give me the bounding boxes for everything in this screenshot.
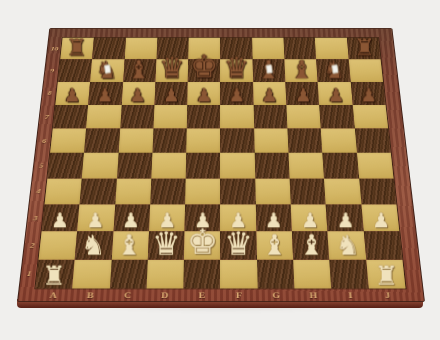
piece-black-cardinal[interactable]: ♝ [258,57,281,82]
piece-black-bishop[interactable]: ♝ [290,57,313,82]
square-f7[interactable] [220,105,254,129]
file-label-i: I [331,288,369,301]
square-d2[interactable]: ♛ [148,232,185,260]
file-label-g: G [257,288,295,301]
square-a6[interactable] [50,129,86,154]
square-i1[interactable] [330,260,369,289]
piece-white-bishop[interactable]: ♝ [299,231,324,259]
square-i7[interactable] [319,105,354,129]
piece-white-rook[interactable]: ♜ [42,262,66,289]
square-h2[interactable]: ♝ [292,232,330,260]
square-g8[interactable]: ♟ [253,82,287,105]
square-e9[interactable]: ♚ [188,59,221,81]
square-i9[interactable]: ♞ [317,59,351,81]
square-h3[interactable]: ♟ [291,205,328,232]
square-a3[interactable]: ♟ [42,205,80,232]
piece-white-queen[interactable]: ♛ [151,227,180,259]
file-label-b: B [71,288,109,301]
square-g4[interactable] [255,178,291,204]
chess-board-frame: 10987654321 ABCDEFGHIJ ♜♜♞♝♛♚♛♝♝♞♟♟♟♟♟♟♟… [17,28,425,302]
square-e4[interactable] [185,178,220,204]
square-g1[interactable] [257,260,295,289]
piece-black-pawn[interactable]: ♟ [361,86,378,105]
piece-black-pawn[interactable]: ♟ [229,86,246,105]
square-j8[interactable]: ♟ [350,82,385,105]
scene: 10987654321 ABCDEFGHIJ ♜♜♞♝♛♚♛♝♝♞♟♟♟♟♟♟♟… [0,0,440,340]
square-d7[interactable] [153,105,187,129]
piece-black-pawn[interactable]: ♟ [130,86,147,105]
square-b3[interactable]: ♟ [77,205,115,232]
square-a10[interactable]: ♜ [60,38,94,60]
piece-white-knight[interactable]: ♞ [81,232,105,259]
square-e5[interactable] [186,153,221,178]
piece-black-knight[interactable]: ♞ [96,57,118,81]
square-e6[interactable] [186,129,220,154]
square-e1[interactable] [183,260,220,289]
square-d9[interactable]: ♛ [155,59,188,81]
square-a9[interactable] [58,59,92,81]
square-g5[interactable] [255,153,290,178]
square-b5[interactable] [82,153,118,178]
square-b7[interactable] [86,105,121,129]
square-j7[interactable] [353,105,389,129]
square-j4[interactable] [359,178,396,204]
square-h6[interactable] [288,129,323,154]
piece-white-cardinal[interactable]: ♝ [262,231,287,259]
piece-black-rook[interactable]: ♜ [66,36,87,59]
chess-board: ♜♜♞♝♛♚♛♝♝♞♟♟♟♟♟♟♟♟♟♟♟♟♟♟♟♟♟♟♟♟♞♝♛♚♛♝♝♞♜♜ [35,38,405,289]
square-f8[interactable]: ♟ [220,82,253,105]
square-b9[interactable]: ♞ [90,59,124,81]
file-label-j: J [368,288,406,301]
piece-black-pawn[interactable]: ♟ [262,86,279,105]
square-c5[interactable] [117,153,153,178]
square-g6[interactable] [254,129,289,154]
square-h9[interactable]: ♝ [284,59,317,81]
square-f2[interactable]: ♛ [220,232,256,260]
square-i6[interactable] [321,129,357,154]
piece-white-pawn[interactable]: ♟ [372,212,390,232]
square-j9[interactable] [349,59,383,81]
square-f1[interactable] [220,260,257,289]
square-c9[interactable]: ♝ [123,59,156,81]
square-d8[interactable]: ♟ [154,82,188,105]
square-h1[interactable] [293,260,331,289]
square-i3[interactable]: ♟ [326,205,364,232]
square-b8[interactable]: ♟ [88,82,123,105]
piece-white-pawn[interactable]: ♟ [50,212,68,232]
square-d1[interactable] [146,260,184,289]
square-c7[interactable] [120,105,155,129]
square-d5[interactable] [151,153,186,178]
file-label-c: C [109,288,147,301]
piece-black-knight[interactable]: ♞ [323,57,345,81]
file-label-a: A [34,288,72,301]
piece-black-pawn[interactable]: ♟ [196,86,213,105]
piece-white-bishop[interactable]: ♝ [117,231,142,259]
square-j6[interactable] [355,129,391,154]
square-c3[interactable]: ♟ [113,205,150,232]
square-b6[interactable] [84,129,120,154]
square-c4[interactable] [115,178,151,204]
piece-black-bishop[interactable]: ♝ [128,57,151,82]
file-label-e: E [183,288,220,301]
square-c1[interactable] [109,260,147,289]
piece-black-marshal[interactable]: ♛ [224,53,250,82]
piece-black-pawn[interactable]: ♟ [163,86,180,105]
price-sticker [103,64,110,73]
square-a1[interactable]: ♜ [35,260,75,289]
piece-white-king[interactable]: ♚ [187,224,218,259]
price-sticker [266,64,273,73]
square-c8[interactable]: ♟ [121,82,155,105]
piece-white-rook[interactable]: ♜ [375,262,399,289]
square-a5[interactable] [47,153,84,178]
piece-black-king[interactable]: ♚ [190,50,218,81]
square-j10[interactable]: ♜ [347,38,381,60]
piece-black-rook[interactable]: ♜ [354,36,375,59]
square-a4[interactable] [45,178,82,204]
square-j2[interactable] [364,232,403,260]
file-label-h: H [294,288,332,301]
price-sticker [331,64,338,73]
square-h4[interactable] [290,178,326,204]
piece-black-queen[interactable]: ♛ [159,53,185,82]
square-g3[interactable]: ♟ [256,205,292,232]
square-f6[interactable] [220,129,254,154]
square-b2[interactable]: ♞ [75,232,113,260]
square-a2[interactable] [39,232,78,260]
square-j3[interactable]: ♟ [361,205,399,232]
piece-black-pawn[interactable]: ♟ [295,86,312,105]
square-f9[interactable]: ♛ [220,59,253,81]
square-e2[interactable]: ♚ [184,232,220,260]
square-g9[interactable]: ♝ [252,59,285,81]
square-h5[interactable] [289,153,325,178]
square-h7[interactable] [286,105,321,129]
piece-white-knight[interactable]: ♞ [336,232,360,259]
piece-black-pawn[interactable]: ♟ [97,86,114,105]
square-c2[interactable]: ♝ [111,232,149,260]
square-e7[interactable] [187,105,221,129]
square-a7[interactable] [53,105,89,129]
square-g2[interactable]: ♝ [256,232,293,260]
square-d6[interactable] [152,129,187,154]
square-i8[interactable]: ♟ [318,82,353,105]
square-d4[interactable] [150,178,186,204]
square-h8[interactable]: ♟ [285,82,319,105]
square-a8[interactable]: ♟ [55,82,90,105]
square-j1[interactable]: ♜ [366,260,406,289]
square-f4[interactable] [220,178,255,204]
square-j5[interactable] [357,153,394,178]
file-label-d: D [146,288,184,301]
file-labels: ABCDEFGHIJ [34,288,407,301]
piece-black-pawn[interactable]: ♟ [328,86,345,105]
square-g7[interactable] [253,105,287,129]
square-f5[interactable] [220,153,255,178]
square-i4[interactable] [324,178,361,204]
square-c6[interactable] [118,129,153,154]
square-i2[interactable]: ♞ [328,232,366,260]
square-b1[interactable] [72,260,111,289]
piece-black-pawn[interactable]: ♟ [64,86,81,105]
square-e8[interactable]: ♟ [187,82,220,105]
file-label-f: F [220,288,257,301]
square-i5[interactable] [323,153,359,178]
piece-white-marshal[interactable]: ♛ [224,227,253,259]
square-b4[interactable] [80,178,117,204]
